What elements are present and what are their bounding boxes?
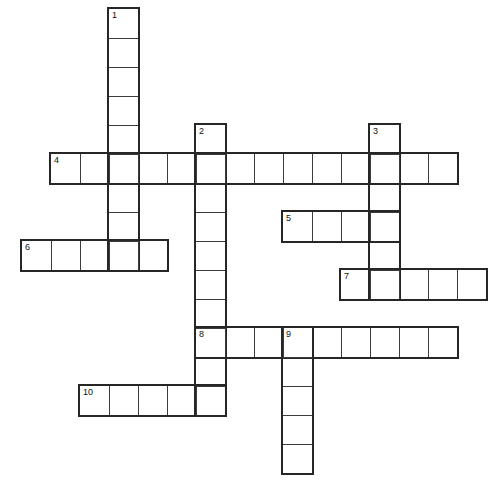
- cell-r5-c2[interactable]: [80, 154, 109, 183]
- cell-r9-c6[interactable]: [196, 270, 225, 299]
- cell-r11-c10[interactable]: [312, 328, 341, 357]
- cell-r9-c15[interactable]: [457, 270, 486, 299]
- cell-r9-c11[interactable]: [341, 270, 370, 299]
- cell-r7-c3[interactable]: [109, 212, 138, 241]
- cell-r8-c3[interactable]: [109, 241, 138, 270]
- cell-r11-c6[interactable]: [196, 328, 225, 357]
- cell-r13-c5[interactable]: [167, 386, 196, 415]
- word-7-across: [339, 268, 488, 301]
- cell-r5-c3[interactable]: [109, 154, 138, 183]
- cell-r7-c11[interactable]: [341, 212, 370, 241]
- cell-r5-c12[interactable]: [370, 154, 399, 183]
- cell-r11-c8[interactable]: [254, 328, 283, 357]
- cell-r5-c7[interactable]: [225, 154, 254, 183]
- cell-r6-c6[interactable]: [196, 183, 225, 212]
- cell-r11-c11[interactable]: [341, 328, 370, 357]
- cell-r8-c2[interactable]: [80, 241, 109, 270]
- word-4-across: [49, 152, 459, 185]
- cell-r12-c9[interactable]: [283, 357, 312, 386]
- crossword-page: 12345678910: [0, 0, 500, 482]
- cell-r5-c8[interactable]: [254, 154, 283, 183]
- cell-r6-c12[interactable]: [370, 183, 399, 212]
- cell-r7-c10[interactable]: [312, 212, 341, 241]
- word-8-across: [194, 326, 459, 359]
- cell-r5-c9[interactable]: [283, 154, 312, 183]
- word-6-across: [20, 239, 169, 272]
- cell-r13-c2[interactable]: [80, 386, 109, 415]
- cell-r5-c11[interactable]: [341, 154, 370, 183]
- cell-r5-c10[interactable]: [312, 154, 341, 183]
- cell-r5-c14[interactable]: [428, 154, 457, 183]
- cell-r0-c3[interactable]: [109, 9, 138, 38]
- cell-r13-c3[interactable]: [109, 386, 138, 415]
- cell-r5-c1[interactable]: [51, 154, 80, 183]
- cell-r5-c4[interactable]: [138, 154, 167, 183]
- cell-r11-c9[interactable]: [283, 328, 312, 357]
- cell-r14-c9[interactable]: [283, 415, 312, 444]
- cell-r4-c12[interactable]: [370, 125, 399, 154]
- cell-r9-c14[interactable]: [428, 270, 457, 299]
- cell-r11-c7[interactable]: [225, 328, 254, 357]
- cell-r8-c4[interactable]: [138, 241, 167, 270]
- crossword-board: 12345678910: [0, 0, 500, 482]
- word-1-down: [107, 7, 140, 272]
- cell-r4-c6[interactable]: [196, 125, 225, 154]
- cell-r5-c5[interactable]: [167, 154, 196, 183]
- cell-r11-c12[interactable]: [370, 328, 399, 357]
- cell-r1-c3[interactable]: [109, 38, 138, 67]
- cell-r7-c6[interactable]: [196, 212, 225, 241]
- word-10-across: [78, 384, 227, 417]
- cell-r11-c13[interactable]: [399, 328, 428, 357]
- cell-r12-c6[interactable]: [196, 357, 225, 386]
- cell-r2-c3[interactable]: [109, 67, 138, 96]
- cell-r8-c12[interactable]: [370, 241, 399, 270]
- cell-r15-c9[interactable]: [283, 444, 312, 473]
- cell-r9-c12[interactable]: [370, 270, 399, 299]
- cell-r4-c3[interactable]: [109, 125, 138, 154]
- cell-r13-c9[interactable]: [283, 386, 312, 415]
- cell-r7-c12[interactable]: [370, 212, 399, 241]
- cell-r13-c6[interactable]: [196, 386, 225, 415]
- cell-r5-c13[interactable]: [399, 154, 428, 183]
- cell-r5-c6[interactable]: [196, 154, 225, 183]
- cell-r9-c13[interactable]: [399, 270, 428, 299]
- cell-r8-c6[interactable]: [196, 241, 225, 270]
- word-9-down: [281, 326, 314, 475]
- cell-r7-c9[interactable]: [283, 212, 312, 241]
- cell-r3-c3[interactable]: [109, 96, 138, 125]
- word-5-across: [281, 210, 401, 243]
- cell-r11-c14[interactable]: [428, 328, 457, 357]
- cell-r10-c6[interactable]: [196, 299, 225, 328]
- cell-r8-c1[interactable]: [51, 241, 80, 270]
- cell-r13-c4[interactable]: [138, 386, 167, 415]
- cell-r8-c0[interactable]: [22, 241, 51, 270]
- cell-r6-c3[interactable]: [109, 183, 138, 212]
